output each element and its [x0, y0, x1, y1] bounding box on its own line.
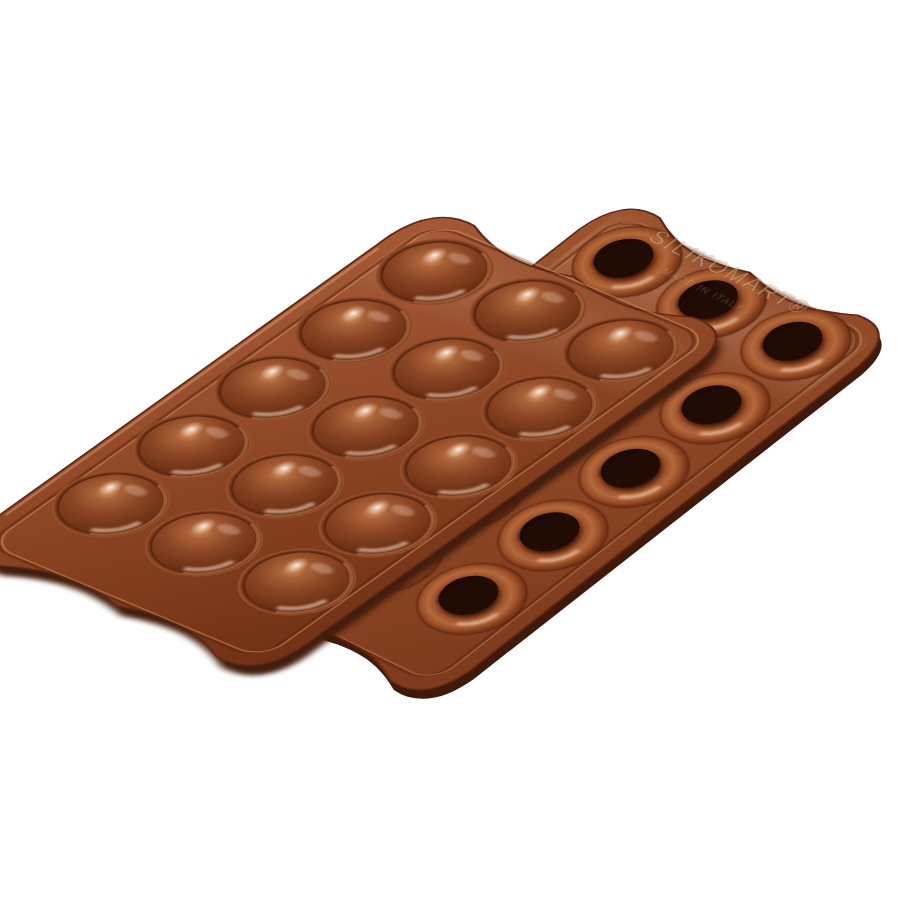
molds-illustration: SILIKOMART® MADE IN ITALY	[0, 0, 900, 900]
product-photo: SILIKOMART® MADE IN ITALY	[0, 0, 900, 900]
